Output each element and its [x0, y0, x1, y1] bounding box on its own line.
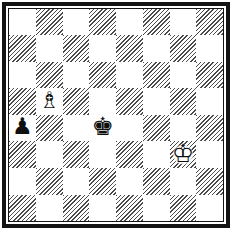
- square-b5[interactable]: ♗: [36, 88, 63, 114]
- square-f7[interactable]: [143, 35, 170, 61]
- square-h4[interactable]: [196, 115, 223, 141]
- square-a7[interactable]: [9, 35, 36, 61]
- chess-board: ♗♟♚♔: [9, 9, 223, 221]
- board-inner-border: ♗♟♚♔: [8, 8, 224, 222]
- square-h5[interactable]: [196, 88, 223, 114]
- square-d1[interactable]: [89, 195, 116, 221]
- piece-black-pawn: ♟: [12, 115, 33, 138]
- board-frame: ♗♟♚♔: [2, 2, 230, 228]
- square-c6[interactable]: [63, 62, 90, 88]
- square-c4[interactable]: [63, 115, 90, 141]
- square-f6[interactable]: [143, 62, 170, 88]
- square-h8[interactable]: [196, 9, 223, 35]
- square-f5[interactable]: [143, 88, 170, 114]
- square-e2[interactable]: [116, 168, 143, 194]
- square-g5[interactable]: [170, 88, 197, 114]
- square-d4[interactable]: ♚: [89, 115, 116, 141]
- square-g8[interactable]: [170, 9, 197, 35]
- square-h1[interactable]: [196, 195, 223, 221]
- square-c7[interactable]: [63, 35, 90, 61]
- square-d8[interactable]: [89, 9, 116, 35]
- square-a6[interactable]: [9, 62, 36, 88]
- square-a4[interactable]: ♟: [9, 115, 36, 141]
- piece-black-king: ♚: [91, 114, 113, 139]
- square-d5[interactable]: [89, 88, 116, 114]
- square-g7[interactable]: [170, 35, 197, 61]
- square-g2[interactable]: [170, 168, 197, 194]
- square-g4[interactable]: [170, 115, 197, 141]
- square-f2[interactable]: [143, 168, 170, 194]
- piece-white-king: ♔: [170, 140, 196, 167]
- square-a3[interactable]: [9, 141, 36, 168]
- square-d7[interactable]: [89, 35, 116, 61]
- piece-white-bishop: ♗: [39, 89, 60, 112]
- square-f4[interactable]: [143, 115, 170, 141]
- square-h3[interactable]: [196, 141, 223, 168]
- square-c8[interactable]: [63, 9, 90, 35]
- square-f3[interactable]: [143, 141, 170, 168]
- square-e3[interactable]: [116, 141, 143, 168]
- square-e6[interactable]: [116, 62, 143, 88]
- square-a5[interactable]: [9, 88, 36, 114]
- square-g1[interactable]: [170, 195, 197, 221]
- square-h6[interactable]: [196, 62, 223, 88]
- square-c5[interactable]: [63, 88, 90, 114]
- square-d6[interactable]: [89, 62, 116, 88]
- square-a1[interactable]: [9, 195, 36, 221]
- square-c1[interactable]: [63, 195, 90, 221]
- square-b3[interactable]: [36, 141, 63, 168]
- square-h7[interactable]: [196, 35, 223, 61]
- square-g6[interactable]: [170, 62, 197, 88]
- square-e7[interactable]: [116, 35, 143, 61]
- square-b7[interactable]: [36, 35, 63, 61]
- square-b4[interactable]: [36, 115, 63, 141]
- square-e4[interactable]: [116, 115, 143, 141]
- square-h2[interactable]: [196, 168, 223, 194]
- square-d2[interactable]: [89, 168, 116, 194]
- square-a8[interactable]: [9, 9, 36, 35]
- square-e5[interactable]: [116, 88, 143, 114]
- square-c2[interactable]: [63, 168, 90, 194]
- square-f8[interactable]: [143, 9, 170, 35]
- square-c3[interactable]: [63, 141, 90, 168]
- square-f1[interactable]: [143, 195, 170, 221]
- square-e8[interactable]: [116, 9, 143, 35]
- square-b1[interactable]: [36, 195, 63, 221]
- square-b2[interactable]: [36, 168, 63, 194]
- square-a2[interactable]: [9, 168, 36, 194]
- square-d3[interactable]: [89, 141, 116, 168]
- square-e1[interactable]: [116, 195, 143, 221]
- square-b8[interactable]: [36, 9, 63, 35]
- square-g3[interactable]: ♔: [170, 141, 197, 168]
- square-b6[interactable]: [36, 62, 63, 88]
